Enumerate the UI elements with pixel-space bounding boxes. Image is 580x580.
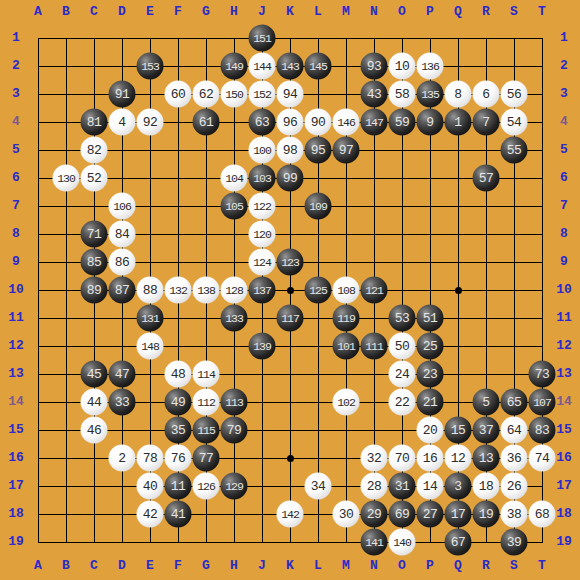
- stone-black-23-P13: 23: [417, 361, 444, 388]
- stone-white-12-Q16: 12: [445, 445, 472, 472]
- stone-black-87-D10: 87: [109, 277, 136, 304]
- stone-black-13-R16: 13: [473, 445, 500, 472]
- column-label-A: A: [24, 558, 52, 574]
- stone-white-124-J9: 124: [249, 249, 276, 276]
- stone-black-43-N3: 43: [361, 81, 388, 108]
- stone-white-136-P2: 136: [417, 53, 444, 80]
- stone-white-74-T16: 74: [529, 445, 556, 472]
- stone-white-26-S17: 26: [501, 473, 528, 500]
- stone-white-16-P16: 16: [417, 445, 444, 472]
- row-label-5: 5: [2, 142, 30, 158]
- stone-white-132-F10: 132: [165, 277, 192, 304]
- stone-white-92-E4: 92: [137, 109, 164, 136]
- stone-black-55-S5: 55: [501, 137, 528, 164]
- row-label-8: 8: [2, 226, 30, 242]
- stone-white-138-G10: 138: [193, 277, 220, 304]
- stone-black-37-R15: 37: [473, 417, 500, 444]
- stone-black-139-J12: 139: [249, 333, 276, 360]
- stone-black-7-R4: 7: [473, 109, 500, 136]
- stone-black-95-L5: 95: [305, 137, 332, 164]
- stone-black-111-N12: 111: [361, 333, 388, 360]
- row-label-9: 9: [550, 254, 578, 270]
- stone-black-49-F14: 49: [165, 389, 192, 416]
- column-label-K: K: [276, 558, 304, 574]
- column-label-J: J: [248, 558, 276, 574]
- row-label-8: 8: [550, 226, 578, 242]
- column-label-S: S: [500, 558, 528, 574]
- column-label-E: E: [136, 4, 164, 20]
- column-label-O: O: [388, 4, 416, 20]
- row-label-2: 2: [2, 58, 30, 74]
- column-label-B: B: [52, 4, 80, 20]
- stone-white-36-S16: 36: [501, 445, 528, 472]
- column-label-O: O: [388, 558, 416, 574]
- stone-white-130-B6: 130: [53, 165, 80, 192]
- column-label-C: C: [80, 558, 108, 574]
- column-label-H: H: [220, 558, 248, 574]
- stone-white-48-F13: 48: [165, 361, 192, 388]
- stone-white-88-E10: 88: [137, 277, 164, 304]
- go-board-diagram: AABBCCDDEEFFGGHHJJKKLLMMNNOOPPQQRRSSTT11…: [0, 0, 580, 580]
- stone-white-98-K5: 98: [277, 137, 304, 164]
- stone-white-58-O3: 58: [389, 81, 416, 108]
- stone-black-93-N2: 93: [361, 53, 388, 80]
- stone-black-15-Q15: 15: [445, 417, 472, 444]
- stone-white-140-O19: 140: [389, 529, 416, 556]
- stone-white-46-C15: 46: [81, 417, 108, 444]
- stone-white-10-O2: 10: [389, 53, 416, 80]
- stone-white-6-R3: 6: [473, 81, 500, 108]
- row-label-16: 16: [2, 450, 30, 466]
- stone-white-114-G13: 114: [193, 361, 220, 388]
- stone-black-113-H14: 113: [221, 389, 248, 416]
- stone-white-14-P17: 14: [417, 473, 444, 500]
- column-label-P: P: [416, 4, 444, 20]
- stone-black-19-R18: 19: [473, 501, 500, 528]
- column-label-S: S: [500, 4, 528, 20]
- stone-black-153-E2: 153: [137, 53, 164, 80]
- row-label-7: 7: [2, 198, 30, 214]
- stone-black-51-P11: 51: [417, 305, 444, 332]
- stone-black-137-J10: 137: [249, 277, 276, 304]
- column-label-G: G: [192, 4, 220, 20]
- row-label-1: 1: [550, 30, 578, 46]
- column-label-N: N: [360, 558, 388, 574]
- row-label-6: 6: [2, 170, 30, 186]
- row-label-1: 1: [2, 30, 30, 46]
- stone-white-86-D9: 86: [109, 249, 136, 276]
- stone-white-150-H3: 150: [221, 81, 248, 108]
- row-label-9: 9: [2, 254, 30, 270]
- stone-white-82-C5: 82: [81, 137, 108, 164]
- row-label-11: 11: [550, 310, 578, 326]
- stone-white-50-O12: 50: [389, 333, 416, 360]
- stone-black-131-E11: 131: [137, 305, 164, 332]
- stone-black-65-S14: 65: [501, 389, 528, 416]
- stone-black-89-C10: 89: [81, 277, 108, 304]
- row-label-3: 3: [550, 86, 578, 102]
- stone-black-73-T13: 73: [529, 361, 556, 388]
- stone-black-1-Q4: 1: [445, 109, 472, 136]
- stone-black-17-Q18: 17: [445, 501, 472, 528]
- column-label-L: L: [304, 4, 332, 20]
- row-label-5: 5: [550, 142, 578, 158]
- stone-black-109-L7: 109: [305, 193, 332, 220]
- stone-black-105-H7: 105: [221, 193, 248, 220]
- stone-black-79-H15: 79: [221, 417, 248, 444]
- stone-white-60-F3: 60: [165, 81, 192, 108]
- row-label-17: 17: [550, 478, 578, 494]
- stone-black-151-J1: 151: [249, 25, 276, 52]
- row-label-14: 14: [2, 394, 30, 410]
- stone-black-77-G16: 77: [193, 445, 220, 472]
- row-label-11: 11: [2, 310, 30, 326]
- stone-black-133-H11: 133: [221, 305, 248, 332]
- stone-black-69-O18: 69: [389, 501, 416, 528]
- row-label-3: 3: [2, 86, 30, 102]
- column-label-Q: Q: [444, 4, 472, 20]
- stone-white-106-D7: 106: [109, 193, 136, 220]
- stone-white-22-O14: 22: [389, 389, 416, 416]
- column-label-J: J: [248, 4, 276, 20]
- stone-black-5-R14: 5: [473, 389, 500, 416]
- column-label-P: P: [416, 558, 444, 574]
- stone-black-63-J4: 63: [249, 109, 276, 136]
- stone-white-70-O16: 70: [389, 445, 416, 472]
- row-label-12: 12: [550, 338, 578, 354]
- star-point-Q10: [455, 287, 462, 294]
- stone-black-141-N19: 141: [361, 529, 388, 556]
- stone-black-47-D13: 47: [109, 361, 136, 388]
- column-label-K: K: [276, 4, 304, 20]
- stone-white-52-C6: 52: [81, 165, 108, 192]
- stone-white-30-M18: 30: [333, 501, 360, 528]
- stone-white-108-M10: 108: [333, 277, 360, 304]
- stone-white-64-S15: 64: [501, 417, 528, 444]
- column-label-T: T: [528, 558, 556, 574]
- stone-black-101-M12: 101: [333, 333, 360, 360]
- star-point-K16: [287, 455, 294, 462]
- column-label-C: C: [80, 4, 108, 20]
- column-label-H: H: [220, 4, 248, 20]
- stone-white-8-Q3: 8: [445, 81, 472, 108]
- star-point-K10: [287, 287, 294, 294]
- row-label-12: 12: [2, 338, 30, 354]
- stone-black-103-J6: 103: [249, 165, 276, 192]
- column-label-L: L: [304, 558, 332, 574]
- stone-black-41-F18: 41: [165, 501, 192, 528]
- stone-white-20-P15: 20: [417, 417, 444, 444]
- stone-black-81-C4: 81: [81, 109, 108, 136]
- stone-black-71-C8: 71: [81, 221, 108, 248]
- stone-white-84-D8: 84: [109, 221, 136, 248]
- stone-white-122-J7: 122: [249, 193, 276, 220]
- stone-white-128-H10: 128: [221, 277, 248, 304]
- stone-black-83-T15: 83: [529, 417, 556, 444]
- stone-black-107-T14: 107: [529, 389, 556, 416]
- stone-black-53-O11: 53: [389, 305, 416, 332]
- stone-white-56-S3: 56: [501, 81, 528, 108]
- stone-white-94-K3: 94: [277, 81, 304, 108]
- stone-white-68-T18: 68: [529, 501, 556, 528]
- stone-black-57-R6: 57: [473, 165, 500, 192]
- stone-black-61-G4: 61: [193, 109, 220, 136]
- stone-black-97-M5: 97: [333, 137, 360, 164]
- stone-white-152-J3: 152: [249, 81, 276, 108]
- stone-black-67-Q19: 67: [445, 529, 472, 556]
- stone-white-96-K4: 96: [277, 109, 304, 136]
- stone-white-28-N17: 28: [361, 473, 388, 500]
- row-label-17: 17: [2, 478, 30, 494]
- stone-black-31-O17: 31: [389, 473, 416, 500]
- stone-white-104-H6: 104: [221, 165, 248, 192]
- column-label-R: R: [472, 558, 500, 574]
- stone-white-76-F16: 76: [165, 445, 192, 472]
- stone-black-11-F17: 11: [165, 473, 192, 500]
- stone-white-44-C14: 44: [81, 389, 108, 416]
- column-label-D: D: [108, 558, 136, 574]
- row-label-15: 15: [2, 422, 30, 438]
- row-label-2: 2: [550, 58, 578, 74]
- stone-white-126-G17: 126: [193, 473, 220, 500]
- stone-black-125-L10: 125: [305, 277, 332, 304]
- stone-black-149-H2: 149: [221, 53, 248, 80]
- column-label-N: N: [360, 4, 388, 20]
- stone-black-145-L2: 145: [305, 53, 332, 80]
- stone-white-102-M14: 102: [333, 389, 360, 416]
- column-label-G: G: [192, 558, 220, 574]
- stone-white-148-E12: 148: [137, 333, 164, 360]
- stone-black-115-G15: 115: [193, 417, 220, 444]
- row-label-6: 6: [550, 170, 578, 186]
- stone-black-135-P3: 135: [417, 81, 444, 108]
- stone-white-146-M4: 146: [333, 109, 360, 136]
- column-label-B: B: [52, 558, 80, 574]
- stone-white-4-D4: 4: [109, 109, 136, 136]
- column-label-F: F: [164, 4, 192, 20]
- stone-black-129-H17: 129: [221, 473, 248, 500]
- stone-white-18-R17: 18: [473, 473, 500, 500]
- grid-line-horizontal: [38, 346, 543, 347]
- stone-white-78-E16: 78: [137, 445, 164, 472]
- stone-black-35-F15: 35: [165, 417, 192, 444]
- stone-black-39-S19: 39: [501, 529, 528, 556]
- stone-white-142-K18: 142: [277, 501, 304, 528]
- stone-black-123-K9: 123: [277, 249, 304, 276]
- column-label-E: E: [136, 558, 164, 574]
- stone-black-99-K6: 99: [277, 165, 304, 192]
- column-label-F: F: [164, 558, 192, 574]
- stone-white-42-E18: 42: [137, 501, 164, 528]
- stone-black-29-N18: 29: [361, 501, 388, 528]
- column-label-R: R: [472, 4, 500, 20]
- stone-white-100-J5: 100: [249, 137, 276, 164]
- stone-black-147-N4: 147: [361, 109, 388, 136]
- column-label-M: M: [332, 4, 360, 20]
- row-label-10: 10: [550, 282, 578, 298]
- stone-white-34-L17: 34: [305, 473, 332, 500]
- row-label-18: 18: [2, 506, 30, 522]
- stone-black-59-O4: 59: [389, 109, 416, 136]
- stone-white-90-L4: 90: [305, 109, 332, 136]
- stone-white-144-J2: 144: [249, 53, 276, 80]
- stone-black-9-P4: 9: [417, 109, 444, 136]
- column-label-T: T: [528, 4, 556, 20]
- stone-white-62-G3: 62: [193, 81, 220, 108]
- stone-black-27-P18: 27: [417, 501, 444, 528]
- stone-black-121-N10: 121: [361, 277, 388, 304]
- column-label-M: M: [332, 558, 360, 574]
- stone-white-2-D16: 2: [109, 445, 136, 472]
- stone-black-21-P14: 21: [417, 389, 444, 416]
- column-label-D: D: [108, 4, 136, 20]
- column-label-A: A: [24, 4, 52, 20]
- row-label-19: 19: [550, 534, 578, 550]
- stone-black-33-D14: 33: [109, 389, 136, 416]
- column-label-Q: Q: [444, 558, 472, 574]
- row-label-10: 10: [2, 282, 30, 298]
- stone-black-117-K11: 117: [277, 305, 304, 332]
- row-label-13: 13: [2, 366, 30, 382]
- stone-black-143-K2: 143: [277, 53, 304, 80]
- stone-white-54-S4: 54: [501, 109, 528, 136]
- stone-black-91-D3: 91: [109, 81, 136, 108]
- stone-white-32-N16: 32: [361, 445, 388, 472]
- stone-black-45-C13: 45: [81, 361, 108, 388]
- stone-black-85-C9: 85: [81, 249, 108, 276]
- row-label-7: 7: [550, 198, 578, 214]
- stone-black-119-M11: 119: [333, 305, 360, 332]
- stone-white-38-S18: 38: [501, 501, 528, 528]
- stone-white-120-J8: 120: [249, 221, 276, 248]
- row-label-4: 4: [550, 114, 578, 130]
- stone-white-24-O13: 24: [389, 361, 416, 388]
- stone-black-3-Q17: 3: [445, 473, 472, 500]
- stone-black-25-P12: 25: [417, 333, 444, 360]
- row-label-19: 19: [2, 534, 30, 550]
- stone-white-112-G14: 112: [193, 389, 220, 416]
- stone-white-40-E17: 40: [137, 473, 164, 500]
- row-label-4: 4: [2, 114, 30, 130]
